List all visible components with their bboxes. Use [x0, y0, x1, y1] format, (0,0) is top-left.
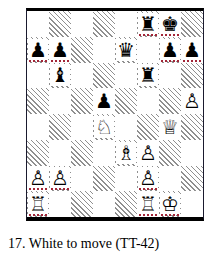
square-g5[interactable]: [159, 88, 181, 114]
square-c2[interactable]: [71, 166, 93, 192]
square-d7[interactable]: [93, 37, 115, 63]
black-pawn-b7: ♟: [50, 39, 70, 61]
square-f2[interactable]: ♙: [137, 166, 159, 192]
square-c1[interactable]: [71, 191, 93, 217]
square-g3[interactable]: [159, 140, 181, 166]
square-f4[interactable]: [137, 114, 159, 140]
square-a1[interactable]: ♖: [27, 191, 49, 217]
square-g1[interactable]: ♔: [159, 191, 181, 217]
square-g8[interactable]: ♚: [159, 11, 181, 37]
square-h4[interactable]: [181, 114, 203, 140]
black-king-g8: ♚: [160, 13, 180, 35]
square-h5[interactable]: ♙: [181, 88, 203, 114]
square-b5[interactable]: [49, 88, 71, 114]
square-a2[interactable]: ♙: [27, 166, 49, 192]
square-h2[interactable]: [181, 166, 203, 192]
square-e7[interactable]: ♛: [115, 37, 137, 63]
square-g7[interactable]: ♟: [159, 37, 181, 63]
white-knight-d4: ♘: [94, 116, 114, 138]
square-e4[interactable]: [115, 114, 137, 140]
square-e5[interactable]: [115, 88, 137, 114]
square-d1[interactable]: [93, 191, 115, 217]
square-d5[interactable]: ♟: [93, 88, 115, 114]
square-e6[interactable]: [115, 63, 137, 89]
black-bishop-b6: ♝: [50, 64, 70, 86]
square-g2[interactable]: [159, 166, 181, 192]
square-h6[interactable]: [181, 63, 203, 89]
square-a4[interactable]: [27, 114, 49, 140]
square-b2[interactable]: ♙: [49, 166, 71, 192]
square-h3[interactable]: [181, 140, 203, 166]
white-rook-f1: ♖: [138, 193, 158, 215]
white-king-g1: ♔: [160, 193, 180, 215]
square-b1[interactable]: [49, 191, 71, 217]
white-rook-a1: ♖: [28, 193, 48, 215]
square-b8[interactable]: [49, 11, 71, 37]
square-e8[interactable]: [115, 11, 137, 37]
square-f1[interactable]: ♖: [137, 191, 159, 217]
square-a6[interactable]: [27, 63, 49, 89]
black-rook-f8: ♜: [138, 13, 158, 35]
square-c4[interactable]: [71, 114, 93, 140]
diagram-page: ♜♚♟♟♛♟♟♝♜♟♙♘♕♗♙♙♙♙♖♖♔ 17. White to move …: [0, 0, 210, 260]
black-pawn-g7: ♟: [160, 39, 180, 61]
square-f3[interactable]: ♙: [137, 140, 159, 166]
square-f8[interactable]: ♜: [137, 11, 159, 37]
square-b3[interactable]: [49, 140, 71, 166]
white-pawn-f2: ♙: [138, 167, 158, 189]
square-a7[interactable]: ♟: [27, 37, 49, 63]
square-c6[interactable]: [71, 63, 93, 89]
square-a3[interactable]: [27, 140, 49, 166]
square-b7[interactable]: ♟: [49, 37, 71, 63]
square-f7[interactable]: [137, 37, 159, 63]
chess-board-frame: ♜♚♟♟♛♟♟♝♜♟♙♘♕♗♙♙♙♙♖♖♔: [26, 8, 204, 221]
square-e3[interactable]: ♗: [115, 140, 137, 166]
square-c7[interactable]: [71, 37, 93, 63]
diagram-caption: 17. White to move (TT-42): [8, 236, 159, 252]
square-h7[interactable]: ♟: [181, 37, 203, 63]
square-d2[interactable]: [93, 166, 115, 192]
square-c8[interactable]: [71, 11, 93, 37]
white-bishop-e3: ♗: [116, 142, 136, 164]
square-g6[interactable]: [159, 63, 181, 89]
white-pawn-b2: ♙: [50, 167, 70, 189]
square-c3[interactable]: [71, 140, 93, 166]
white-pawn-h5: ♙: [182, 90, 202, 112]
square-d4[interactable]: ♘: [93, 114, 115, 140]
square-a5[interactable]: [27, 88, 49, 114]
square-b6[interactable]: ♝: [49, 63, 71, 89]
square-a8[interactable]: [27, 11, 49, 37]
square-f5[interactable]: [137, 88, 159, 114]
black-rook-f6: ♜: [138, 64, 158, 86]
white-pawn-a2: ♙: [28, 167, 48, 189]
square-d6[interactable]: [93, 63, 115, 89]
square-c5[interactable]: [71, 88, 93, 114]
square-f6[interactable]: ♜: [137, 63, 159, 89]
white-queen-g4: ♕: [160, 116, 180, 138]
black-pawn-d5: ♟: [94, 90, 114, 112]
square-e1[interactable]: [115, 191, 137, 217]
square-h1[interactable]: [181, 191, 203, 217]
square-e2[interactable]: [115, 166, 137, 192]
square-g4[interactable]: ♕: [159, 114, 181, 140]
square-b4[interactable]: [49, 114, 71, 140]
square-d3[interactable]: [93, 140, 115, 166]
square-d8[interactable]: [93, 11, 115, 37]
black-queen-e7: ♛: [116, 39, 136, 61]
square-h8[interactable]: [181, 11, 203, 37]
black-pawn-h7: ♟: [182, 39, 202, 61]
black-pawn-a7: ♟: [28, 39, 48, 61]
chess-board: ♜♚♟♟♛♟♟♝♜♟♙♘♕♗♙♙♙♙♖♖♔: [27, 11, 203, 217]
white-pawn-f3: ♙: [138, 142, 158, 164]
